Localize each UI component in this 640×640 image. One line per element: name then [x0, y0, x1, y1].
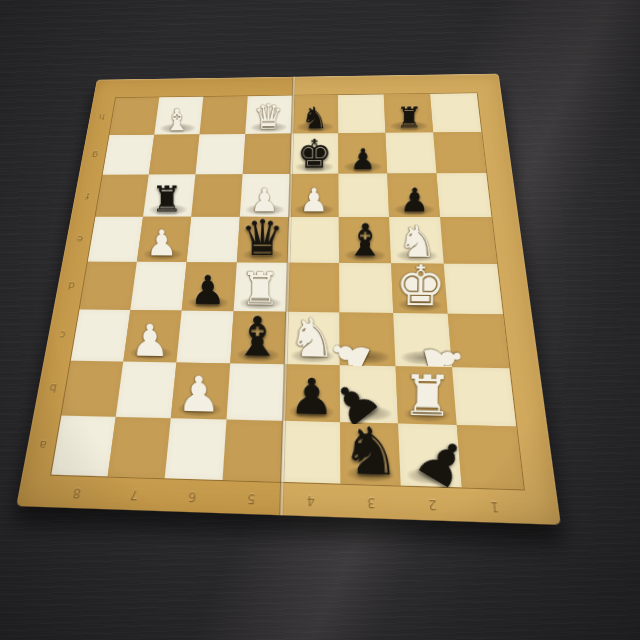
desk-surface: ♝♛♞♜♚♟♜♟♟♟♟♛♝♞♟♜♚♟♝♞♟♟♟♟♟♜♞♟ 87654321 hg… — [0, 0, 640, 640]
photo-vignette — [0, 0, 640, 640]
